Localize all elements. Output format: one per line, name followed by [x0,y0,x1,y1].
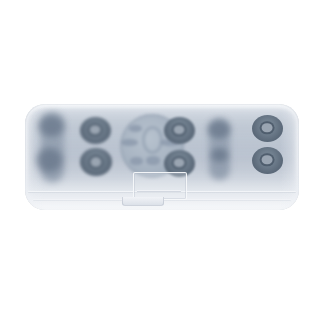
latch-step [137,190,181,192]
latch-frame [133,172,187,200]
slotted-disc-1 [80,117,111,144]
slotted-disc-5 [252,115,283,142]
disc-center-hole [174,125,185,134]
cylindrical-part-right-core [208,120,230,139]
coin-embossed-mark [121,139,138,146]
slotted-disc-3 [164,117,195,144]
disc-center-hole [174,158,185,167]
coin-embossed-mark [130,157,143,165]
disc-center-hole [262,155,273,164]
plastic-case [25,104,299,210]
product-photo [0,0,320,320]
disc-center-hole [90,157,101,167]
cylindrical-part-left-core [39,115,64,137]
cylindrical-part-right-core [211,148,228,162]
slotted-disc-2 [80,148,112,176]
coin-embossed-mark [129,125,142,132]
slotted-disc-6 [252,147,283,174]
cylindrical-part-left-core [37,148,62,172]
latch-tab [122,197,164,206]
coin-embossed-mark [146,156,160,165]
disc-center-hole [90,125,101,134]
coin-embossed-mark [142,126,163,154]
disc-center-hole [262,123,273,132]
